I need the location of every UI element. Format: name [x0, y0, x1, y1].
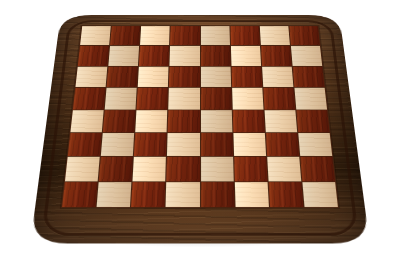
square-d6[interactable] [169, 66, 199, 87]
square-g2[interactable] [267, 157, 301, 181]
chessboard-grid [61, 26, 339, 208]
square-f8[interactable] [230, 26, 260, 45]
square-g7[interactable] [261, 46, 292, 66]
square-c2[interactable] [133, 157, 167, 181]
square-e6[interactable] [200, 66, 230, 87]
square-e8[interactable] [200, 26, 229, 45]
square-b2[interactable] [99, 157, 133, 181]
square-b1[interactable] [97, 182, 132, 207]
square-g8[interactable] [260, 26, 290, 45]
square-c7[interactable] [139, 46, 169, 66]
square-b6[interactable] [107, 66, 138, 87]
square-h8[interactable] [289, 26, 320, 45]
square-c3[interactable] [134, 133, 167, 156]
square-f6[interactable] [231, 66, 262, 87]
square-b5[interactable] [105, 88, 137, 109]
square-d5[interactable] [169, 88, 200, 109]
square-b8[interactable] [110, 26, 140, 45]
square-c5[interactable] [137, 88, 168, 109]
square-g6[interactable] [262, 66, 293, 87]
square-d2[interactable] [167, 157, 200, 181]
square-d3[interactable] [167, 133, 199, 156]
square-a6[interactable] [75, 66, 107, 87]
square-e7[interactable] [200, 46, 230, 66]
photo-backdrop [0, 0, 400, 267]
square-a1[interactable] [62, 182, 98, 207]
square-e5[interactable] [200, 88, 231, 109]
square-e4[interactable] [200, 110, 232, 132]
square-e1[interactable] [201, 182, 235, 207]
square-d7[interactable] [170, 46, 200, 66]
square-g1[interactable] [268, 182, 303, 207]
square-a4[interactable] [70, 110, 103, 132]
square-b4[interactable] [103, 110, 136, 132]
square-a5[interactable] [73, 88, 106, 109]
square-f4[interactable] [232, 110, 264, 132]
square-d1[interactable] [166, 182, 200, 207]
square-c1[interactable] [131, 182, 165, 207]
square-a2[interactable] [65, 157, 100, 181]
square-h5[interactable] [294, 88, 327, 109]
square-g4[interactable] [264, 110, 297, 132]
square-f3[interactable] [233, 133, 266, 156]
square-g3[interactable] [266, 133, 299, 156]
square-f7[interactable] [231, 46, 261, 66]
square-e3[interactable] [201, 133, 233, 156]
square-f5[interactable] [232, 88, 263, 109]
square-h1[interactable] [302, 182, 338, 207]
square-f2[interactable] [234, 157, 268, 181]
square-h3[interactable] [298, 133, 332, 156]
square-h4[interactable] [296, 110, 329, 132]
square-d4[interactable] [168, 110, 200, 132]
square-c8[interactable] [140, 26, 170, 45]
square-g5[interactable] [263, 88, 295, 109]
square-e2[interactable] [201, 157, 234, 181]
square-h6[interactable] [293, 66, 325, 87]
chessboard-frame [30, 15, 369, 243]
square-d8[interactable] [170, 26, 199, 45]
square-h7[interactable] [291, 46, 322, 66]
square-a3[interactable] [68, 133, 102, 156]
square-c4[interactable] [135, 110, 167, 132]
square-a8[interactable] [80, 26, 111, 45]
square-b3[interactable] [101, 133, 134, 156]
square-f1[interactable] [234, 182, 268, 207]
square-c6[interactable] [138, 66, 169, 87]
square-h2[interactable] [300, 157, 335, 181]
square-b7[interactable] [108, 46, 139, 66]
square-a7[interactable] [78, 46, 109, 66]
